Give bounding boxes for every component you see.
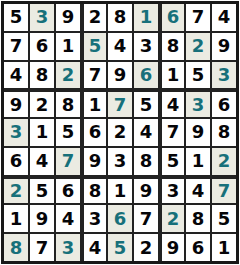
sudoku-board: 5392816747615438294827961539281754363156… xyxy=(1,1,239,264)
cell-r8c7[interactable]: 2 xyxy=(160,205,184,232)
cell-r5c8[interactable]: 9 xyxy=(186,119,210,146)
cell-r5c2[interactable]: 1 xyxy=(30,119,54,146)
cell-r7c6[interactable]: 9 xyxy=(134,177,158,204)
cell-r3c5[interactable]: 9 xyxy=(108,62,132,89)
cell-r6c1[interactable]: 6 xyxy=(4,148,28,175)
cell-r7c1[interactable]: 2 xyxy=(4,177,28,204)
cell-r1c6[interactable]: 1 xyxy=(134,4,158,31)
cell-r2c8[interactable]: 2 xyxy=(186,33,210,60)
cell-r6c2[interactable]: 4 xyxy=(30,148,54,175)
cell-r3c3[interactable]: 2 xyxy=(56,62,80,89)
cell-r5c3[interactable]: 5 xyxy=(56,119,80,146)
cell-r4c7[interactable]: 4 xyxy=(160,90,184,117)
cell-r9c5[interactable]: 5 xyxy=(108,234,132,261)
cell-r4c1[interactable]: 9 xyxy=(4,90,28,117)
cell-r1c3[interactable]: 9 xyxy=(56,4,80,31)
cell-r5c4[interactable]: 6 xyxy=(82,119,106,146)
cell-r7c2[interactable]: 5 xyxy=(30,177,54,204)
cell-r6c4[interactable]: 9 xyxy=(82,148,106,175)
cell-r3c4[interactable]: 7 xyxy=(82,62,106,89)
cell-r4c8[interactable]: 3 xyxy=(186,90,210,117)
cell-r9c6[interactable]: 2 xyxy=(134,234,158,261)
cell-r8c6[interactable]: 7 xyxy=(134,205,158,232)
cell-r5c5[interactable]: 2 xyxy=(108,119,132,146)
cell-r2c3[interactable]: 1 xyxy=(56,33,80,60)
cell-r7c8[interactable]: 4 xyxy=(186,177,210,204)
cell-r9c8[interactable]: 6 xyxy=(186,234,210,261)
cell-r1c5[interactable]: 8 xyxy=(108,4,132,31)
cell-r1c4[interactable]: 2 xyxy=(82,4,106,31)
cell-r3c7[interactable]: 1 xyxy=(160,62,184,89)
cell-r1c8[interactable]: 7 xyxy=(186,4,210,31)
cell-r6c5[interactable]: 3 xyxy=(108,148,132,175)
cell-r6c6[interactable]: 8 xyxy=(134,148,158,175)
cell-r1c9[interactable]: 4 xyxy=(212,4,236,31)
cell-r2c9[interactable]: 9 xyxy=(212,33,236,60)
cell-r8c4[interactable]: 3 xyxy=(82,205,106,232)
cell-r6c3[interactable]: 7 xyxy=(56,148,80,175)
cell-r7c9[interactable]: 7 xyxy=(212,177,236,204)
cell-r9c9[interactable]: 1 xyxy=(212,234,236,261)
cell-r3c1[interactable]: 4 xyxy=(4,62,28,89)
cell-r4c9[interactable]: 6 xyxy=(212,90,236,117)
cell-r3c6[interactable]: 6 xyxy=(134,62,158,89)
cell-r5c7[interactable]: 7 xyxy=(160,119,184,146)
cell-r4c3[interactable]: 8 xyxy=(56,90,80,117)
cell-r7c5[interactable]: 1 xyxy=(108,177,132,204)
cell-r6c7[interactable]: 5 xyxy=(160,148,184,175)
cell-r9c2[interactable]: 7 xyxy=(30,234,54,261)
cell-r7c4[interactable]: 8 xyxy=(82,177,106,204)
cell-r2c2[interactable]: 6 xyxy=(30,33,54,60)
cell-r1c1[interactable]: 5 xyxy=(4,4,28,31)
cell-r5c1[interactable]: 3 xyxy=(4,119,28,146)
cell-r4c5[interactable]: 7 xyxy=(108,90,132,117)
cell-r3c9[interactable]: 3 xyxy=(212,62,236,89)
cell-r8c3[interactable]: 4 xyxy=(56,205,80,232)
cell-r9c4[interactable]: 4 xyxy=(82,234,106,261)
cell-r8c5[interactable]: 6 xyxy=(108,205,132,232)
cell-r2c4[interactable]: 5 xyxy=(82,33,106,60)
cell-r7c3[interactable]: 6 xyxy=(56,177,80,204)
cell-r3c8[interactable]: 5 xyxy=(186,62,210,89)
cell-r1c7[interactable]: 6 xyxy=(160,4,184,31)
cell-r8c1[interactable]: 1 xyxy=(4,205,28,232)
cell-r4c2[interactable]: 2 xyxy=(30,90,54,117)
cell-r1c2[interactable]: 3 xyxy=(30,4,54,31)
cell-r9c7[interactable]: 9 xyxy=(160,234,184,261)
cell-r6c8[interactable]: 1 xyxy=(186,148,210,175)
cell-r5c6[interactable]: 4 xyxy=(134,119,158,146)
cell-r9c3[interactable]: 3 xyxy=(56,234,80,261)
cell-r8c9[interactable]: 5 xyxy=(212,205,236,232)
cell-r2c1[interactable]: 7 xyxy=(4,33,28,60)
cell-r6c9[interactable]: 2 xyxy=(212,148,236,175)
cell-r2c6[interactable]: 3 xyxy=(134,33,158,60)
cell-r8c2[interactable]: 9 xyxy=(30,205,54,232)
cell-r9c1[interactable]: 8 xyxy=(4,234,28,261)
cell-r5c9[interactable]: 8 xyxy=(212,119,236,146)
cell-r4c4[interactable]: 1 xyxy=(82,90,106,117)
cell-r3c2[interactable]: 8 xyxy=(30,62,54,89)
cell-r7c7[interactable]: 3 xyxy=(160,177,184,204)
cell-r8c8[interactable]: 8 xyxy=(186,205,210,232)
cell-r4c6[interactable]: 5 xyxy=(134,90,158,117)
cell-r2c5[interactable]: 4 xyxy=(108,33,132,60)
cell-r2c7[interactable]: 8 xyxy=(160,33,184,60)
